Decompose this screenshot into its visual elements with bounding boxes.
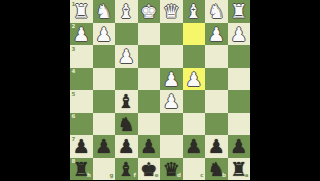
piece-white-pawn[interactable]: ♟ — [205, 23, 228, 46]
square-e1[interactable]: ♚ — [138, 0, 161, 23]
square-h4[interactable]: 4 — [70, 68, 93, 91]
piece-black-pawn[interactable]: ♟ — [183, 135, 206, 158]
piece-white-pawn[interactable]: ♟ — [70, 23, 93, 46]
square-d4[interactable]: ♟ — [160, 68, 183, 91]
piece-black-pawn[interactable]: ♟ — [70, 135, 93, 158]
square-h7[interactable]: 7♟ — [70, 135, 93, 158]
piece-black-pawn[interactable]: ♟ — [228, 135, 251, 158]
square-a1[interactable]: ♜ — [228, 0, 251, 23]
square-b8[interactable]: b♞ — [205, 158, 228, 181]
piece-black-bishop[interactable]: ♝ — [115, 90, 138, 113]
square-g6[interactable] — [93, 113, 116, 136]
square-a7[interactable]: ♟ — [228, 135, 251, 158]
square-c2[interactable] — [183, 23, 206, 46]
square-a5[interactable] — [228, 90, 251, 113]
square-a8[interactable]: a♜ — [228, 158, 251, 181]
file-label-c: c — [200, 173, 203, 179]
piece-white-bishop[interactable]: ♝ — [115, 0, 138, 23]
square-c6[interactable] — [183, 113, 206, 136]
square-c7[interactable]: ♟ — [183, 135, 206, 158]
piece-white-king[interactable]: ♚ — [138, 0, 161, 23]
square-d3[interactable] — [160, 45, 183, 68]
square-f3[interactable]: ♟ — [115, 45, 138, 68]
square-h2[interactable]: 2♟ — [70, 23, 93, 46]
square-f6[interactable]: ♞ — [115, 113, 138, 136]
rank-label-6: 6 — [72, 114, 76, 120]
square-d8[interactable]: d♛ — [160, 158, 183, 181]
piece-white-queen[interactable]: ♛ — [160, 0, 183, 23]
square-g1[interactable]: ♞ — [93, 0, 116, 23]
piece-black-rook[interactable]: ♜ — [70, 158, 93, 181]
square-b4[interactable] — [205, 68, 228, 91]
square-a4[interactable] — [228, 68, 251, 91]
square-e6[interactable] — [138, 113, 161, 136]
square-g2[interactable]: ♟ — [93, 23, 116, 46]
square-c4[interactable]: ♟ — [183, 68, 206, 91]
piece-white-bishop[interactable]: ♝ — [183, 0, 206, 23]
piece-black-rook[interactable]: ♜ — [228, 158, 251, 181]
piece-black-pawn[interactable]: ♟ — [93, 135, 116, 158]
square-a6[interactable] — [228, 113, 251, 136]
square-g5[interactable] — [93, 90, 116, 113]
square-e5[interactable] — [138, 90, 161, 113]
square-h8[interactable]: 8h♜ — [70, 158, 93, 181]
square-h6[interactable]: 6 — [70, 113, 93, 136]
piece-white-pawn[interactable]: ♟ — [160, 90, 183, 113]
piece-black-knight[interactable]: ♞ — [115, 113, 138, 136]
piece-black-bishop[interactable]: ♝ — [115, 158, 138, 181]
square-f2[interactable] — [115, 23, 138, 46]
square-b2[interactable]: ♟ — [205, 23, 228, 46]
piece-black-knight[interactable]: ♞ — [205, 158, 228, 181]
rank-label-5: 5 — [72, 92, 76, 98]
file-label-g: g — [110, 173, 114, 179]
square-e8[interactable]: e♚ — [138, 158, 161, 181]
app-background: 1♜♞♝♚♛♝♞♜2♟♟♟♟3♟4♟♟5♝♟6♞7♟♟♟♟♟♟♟8h♜gf♝e♚… — [0, 0, 320, 180]
square-f1[interactable]: ♝ — [115, 0, 138, 23]
square-g4[interactable] — [93, 68, 116, 91]
square-c1[interactable]: ♝ — [183, 0, 206, 23]
square-c5[interactable] — [183, 90, 206, 113]
square-a3[interactable] — [228, 45, 251, 68]
piece-white-pawn[interactable]: ♟ — [183, 68, 206, 91]
piece-black-king[interactable]: ♚ — [138, 158, 161, 181]
square-f5[interactable]: ♝ — [115, 90, 138, 113]
piece-white-pawn[interactable]: ♟ — [160, 68, 183, 91]
rank-label-4: 4 — [72, 69, 76, 75]
square-d1[interactable]: ♛ — [160, 0, 183, 23]
square-e2[interactable] — [138, 23, 161, 46]
piece-white-pawn[interactable]: ♟ — [115, 45, 138, 68]
square-f7[interactable]: ♟ — [115, 135, 138, 158]
square-d7[interactable] — [160, 135, 183, 158]
square-f4[interactable] — [115, 68, 138, 91]
piece-white-rook[interactable]: ♜ — [228, 0, 251, 23]
square-a2[interactable]: ♟ — [228, 23, 251, 46]
square-g7[interactable]: ♟ — [93, 135, 116, 158]
piece-white-knight[interactable]: ♞ — [93, 0, 116, 23]
square-h3[interactable]: 3 — [70, 45, 93, 68]
piece-black-queen[interactable]: ♛ — [160, 158, 183, 181]
piece-black-pawn[interactable]: ♟ — [138, 135, 161, 158]
piece-white-rook[interactable]: ♜ — [70, 0, 93, 23]
square-e7[interactable]: ♟ — [138, 135, 161, 158]
piece-white-pawn[interactable]: ♟ — [93, 23, 116, 46]
square-d5[interactable]: ♟ — [160, 90, 183, 113]
square-e4[interactable] — [138, 68, 161, 91]
square-b7[interactable]: ♟ — [205, 135, 228, 158]
piece-white-knight[interactable]: ♞ — [205, 0, 228, 23]
square-b1[interactable]: ♞ — [205, 0, 228, 23]
piece-black-pawn[interactable]: ♟ — [115, 135, 138, 158]
square-h5[interactable]: 5 — [70, 90, 93, 113]
square-e3[interactable] — [138, 45, 161, 68]
square-d6[interactable] — [160, 113, 183, 136]
square-g3[interactable] — [93, 45, 116, 68]
square-b6[interactable] — [205, 113, 228, 136]
rank-label-3: 3 — [72, 47, 76, 53]
square-d2[interactable] — [160, 23, 183, 46]
chess-board: 1♜♞♝♚♛♝♞♜2♟♟♟♟3♟4♟♟5♝♟6♞7♟♟♟♟♟♟♟8h♜gf♝e♚… — [70, 0, 250, 180]
square-b5[interactable] — [205, 90, 228, 113]
piece-white-pawn[interactable]: ♟ — [228, 23, 251, 46]
square-c8[interactable]: c — [183, 158, 206, 181]
piece-black-pawn[interactable]: ♟ — [205, 135, 228, 158]
square-c3[interactable] — [183, 45, 206, 68]
square-h1[interactable]: 1♜ — [70, 0, 93, 23]
square-f8[interactable]: f♝ — [115, 158, 138, 181]
square-b3[interactable] — [205, 45, 228, 68]
square-g8[interactable]: g — [93, 158, 116, 181]
